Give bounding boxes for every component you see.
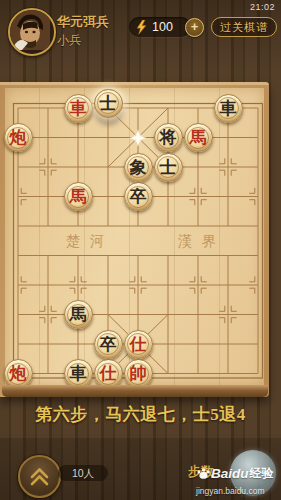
piece-character: 馬 bbox=[70, 188, 87, 205]
double-chevron-up-icon bbox=[20, 457, 59, 496]
piece-red-仕[interactable]: 仕 bbox=[94, 359, 123, 388]
player-name: 华元弭兵 bbox=[57, 13, 109, 31]
bottom-bar: 10人 步数 Baidu 经验 jingyan.baidu.com bbox=[0, 437, 281, 500]
players-count-badge: 10人 bbox=[58, 465, 108, 481]
piece-red-炮[interactable]: 炮 bbox=[4, 123, 33, 152]
piece-red-車[interactable]: 車 bbox=[64, 94, 93, 123]
xiangqi-board[interactable]: 楚河 漢界 車士車炮将馬象士馬卒馬卒仕炮車仕帥 bbox=[0, 82, 269, 397]
piece-character: 将 bbox=[160, 129, 177, 146]
piece-character: 炮 bbox=[10, 365, 27, 382]
baidu-paw-icon bbox=[197, 467, 210, 480]
expand-button[interactable] bbox=[18, 455, 61, 498]
piece-character: 仕 bbox=[100, 365, 117, 382]
add-energy-button[interactable]: + bbox=[185, 18, 204, 37]
piece-black-将[interactable]: 将 bbox=[154, 123, 183, 152]
energy-meter: 100 bbox=[129, 17, 191, 37]
piece-character: 帥 bbox=[130, 365, 147, 382]
piece-red-馬[interactable]: 馬 bbox=[184, 123, 213, 152]
energy-value: 100 bbox=[152, 20, 173, 34]
river-label-left: 楚河 bbox=[66, 233, 113, 249]
piece-black-馬[interactable]: 馬 bbox=[64, 300, 93, 329]
piece-character: 仕 bbox=[130, 336, 147, 353]
piece-black-士[interactable]: 士 bbox=[94, 89, 123, 118]
piece-character: 馬 bbox=[70, 306, 87, 323]
piece-character: 馬 bbox=[190, 129, 207, 146]
piece-red-炮[interactable]: 炮 bbox=[4, 359, 33, 388]
piece-character: 炮 bbox=[10, 129, 27, 146]
piece-red-帥[interactable]: 帥 bbox=[124, 359, 153, 388]
app-screen: 21:02 华元弭兵 小兵 100 + 过关棋谱 楚河 漢界 bbox=[0, 0, 281, 500]
piece-character: 車 bbox=[70, 365, 87, 382]
piece-character: 象 bbox=[130, 159, 147, 176]
piece-character: 車 bbox=[220, 100, 237, 117]
watermark-logo: Baidu 经验 bbox=[197, 465, 274, 482]
clock: 21:02 bbox=[250, 2, 275, 12]
piece-black-象[interactable]: 象 bbox=[124, 153, 153, 182]
move-caption: 第六步，马六退七，士5退4 bbox=[0, 403, 281, 426]
river-label-right: 漢界 bbox=[178, 233, 225, 249]
piece-black-卒[interactable]: 卒 bbox=[94, 330, 123, 359]
piece-black-車[interactable]: 車 bbox=[214, 94, 243, 123]
piece-red-仕[interactable]: 仕 bbox=[124, 330, 153, 359]
lightning-icon bbox=[134, 20, 148, 35]
piece-red-馬[interactable]: 馬 bbox=[64, 182, 93, 211]
piece-character: 士 bbox=[160, 159, 177, 176]
piece-character: 車 bbox=[70, 100, 87, 117]
board-front-edge bbox=[2, 385, 268, 397]
watermark-brand: Baidu bbox=[211, 466, 249, 481]
piece-character: 卒 bbox=[100, 336, 117, 353]
piece-black-卒[interactable]: 卒 bbox=[124, 182, 153, 211]
watermark-suffix: 经验 bbox=[250, 465, 274, 482]
player-rank: 小兵 bbox=[57, 32, 81, 49]
piece-black-士[interactable]: 士 bbox=[154, 153, 183, 182]
piece-character: 士 bbox=[100, 95, 117, 112]
avatar[interactable] bbox=[8, 8, 56, 56]
avatar-portrait-icon bbox=[10, 10, 50, 50]
watermark-url: jingyan.baidu.com bbox=[196, 486, 265, 496]
piece-character: 卒 bbox=[130, 188, 147, 205]
level-records-button[interactable]: 过关棋谱 bbox=[211, 17, 277, 37]
piece-black-車[interactable]: 車 bbox=[64, 359, 93, 388]
